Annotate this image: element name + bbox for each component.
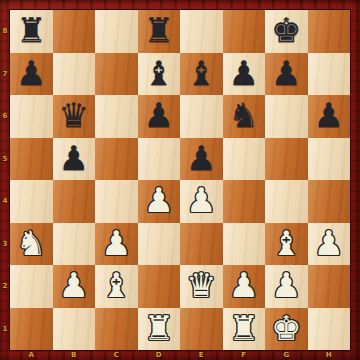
file-label-g: G <box>274 350 298 360</box>
square-c4[interactable] <box>95 180 138 223</box>
square-e7[interactable]: ♝ <box>180 53 223 96</box>
square-h7[interactable] <box>308 53 351 96</box>
white-pawn-g2[interactable]: ♟ <box>265 264 308 307</box>
square-b8[interactable] <box>53 10 96 53</box>
square-f8[interactable] <box>223 10 266 53</box>
square-e2[interactable]: ♛ <box>180 265 223 308</box>
square-g7[interactable]: ♟ <box>265 53 308 96</box>
square-a5[interactable] <box>10 138 53 181</box>
square-d7[interactable]: ♝ <box>138 53 181 96</box>
square-b7[interactable] <box>53 53 96 96</box>
square-g8[interactable]: ♚ <box>265 10 308 53</box>
chess-board-frame: ♜♜♚♟♝♝♟♟♛♟♞♟♟♟♟♟♞♟♝♟♟♝♛♟♟♜♜♚ 87654321ABC… <box>0 0 360 360</box>
file-label-f: F <box>232 350 256 360</box>
square-b3[interactable] <box>53 223 96 266</box>
rank-label-4: 4 <box>0 197 10 205</box>
square-e6[interactable] <box>180 95 223 138</box>
square-g4[interactable] <box>265 180 308 223</box>
square-a1[interactable] <box>10 308 53 351</box>
white-king-g1[interactable]: ♚ <box>265 307 308 350</box>
square-e3[interactable] <box>180 223 223 266</box>
square-d5[interactable] <box>138 138 181 181</box>
file-label-d: D <box>147 350 171 360</box>
square-a6[interactable] <box>10 95 53 138</box>
white-knight-a3[interactable]: ♞ <box>10 222 53 265</box>
square-d3[interactable] <box>138 223 181 266</box>
square-d8[interactable]: ♜ <box>138 10 181 53</box>
square-h6[interactable]: ♟ <box>308 95 351 138</box>
square-b5[interactable]: ♟ <box>53 138 96 181</box>
square-c7[interactable] <box>95 53 138 96</box>
file-label-h: H <box>317 350 341 360</box>
square-f6[interactable]: ♞ <box>223 95 266 138</box>
white-pawn-e4[interactable]: ♟ <box>180 179 223 222</box>
black-bishop-d7[interactable]: ♝ <box>138 52 181 95</box>
square-f4[interactable] <box>223 180 266 223</box>
square-c1[interactable] <box>95 308 138 351</box>
rank-label-1: 1 <box>0 325 10 333</box>
square-a4[interactable] <box>10 180 53 223</box>
white-bishop-g3[interactable]: ♝ <box>265 222 308 265</box>
black-pawn-h6[interactable]: ♟ <box>308 94 351 137</box>
rank-label-2: 2 <box>0 282 10 290</box>
white-pawn-f2[interactable]: ♟ <box>223 264 266 307</box>
black-pawn-f7[interactable]: ♟ <box>223 52 266 95</box>
black-pawn-d6[interactable]: ♟ <box>138 94 181 137</box>
black-rook-a8[interactable]: ♜ <box>10 9 53 52</box>
square-a3[interactable]: ♞ <box>10 223 53 266</box>
square-e4[interactable]: ♟ <box>180 180 223 223</box>
square-h4[interactable] <box>308 180 351 223</box>
rank-label-3: 3 <box>0 240 10 248</box>
rank-label-7: 7 <box>0 70 10 78</box>
square-h5[interactable] <box>308 138 351 181</box>
square-g6[interactable] <box>265 95 308 138</box>
white-pawn-c3[interactable]: ♟ <box>95 222 138 265</box>
file-label-a: A <box>19 350 43 360</box>
white-pawn-b2[interactable]: ♟ <box>53 264 96 307</box>
square-f5[interactable] <box>223 138 266 181</box>
square-c6[interactable] <box>95 95 138 138</box>
white-queen-e2[interactable]: ♛ <box>180 264 223 307</box>
square-g1[interactable]: ♚ <box>265 308 308 351</box>
square-h3[interactable]: ♟ <box>308 223 351 266</box>
square-g2[interactable]: ♟ <box>265 265 308 308</box>
square-b6[interactable]: ♛ <box>53 95 96 138</box>
square-d4[interactable]: ♟ <box>138 180 181 223</box>
white-bishop-c2[interactable]: ♝ <box>95 264 138 307</box>
square-f7[interactable]: ♟ <box>223 53 266 96</box>
square-h1[interactable] <box>308 308 351 351</box>
square-e1[interactable] <box>180 308 223 351</box>
black-knight-f6[interactable]: ♞ <box>223 94 266 137</box>
square-a2[interactable] <box>10 265 53 308</box>
white-pawn-h3[interactable]: ♟ <box>308 222 351 265</box>
rank-label-5: 5 <box>0 155 10 163</box>
square-c5[interactable] <box>95 138 138 181</box>
black-pawn-a7[interactable]: ♟ <box>10 52 53 95</box>
rank-label-6: 6 <box>0 112 10 120</box>
black-bishop-e7[interactable]: ♝ <box>180 52 223 95</box>
file-label-c: C <box>104 350 128 360</box>
square-b1[interactable] <box>53 308 96 351</box>
black-pawn-g7[interactable]: ♟ <box>265 52 308 95</box>
chess-board: ♜♜♚♟♝♝♟♟♛♟♞♟♟♟♟♟♞♟♝♟♟♝♛♟♟♜♜♚ <box>10 10 350 350</box>
square-h2[interactable] <box>308 265 351 308</box>
square-g5[interactable] <box>265 138 308 181</box>
white-rook-f1[interactable]: ♜ <box>223 307 266 350</box>
black-pawn-e5[interactable]: ♟ <box>180 137 223 180</box>
rank-label-8: 8 <box>0 27 10 35</box>
square-g3[interactable]: ♝ <box>265 223 308 266</box>
square-f3[interactable] <box>223 223 266 266</box>
square-c2[interactable]: ♝ <box>95 265 138 308</box>
black-queen-b6[interactable]: ♛ <box>53 94 96 137</box>
white-pawn-d4[interactable]: ♟ <box>138 179 181 222</box>
square-a7[interactable]: ♟ <box>10 53 53 96</box>
square-d6[interactable]: ♟ <box>138 95 181 138</box>
file-label-e: E <box>189 350 213 360</box>
square-b4[interactable] <box>53 180 96 223</box>
square-a8[interactable]: ♜ <box>10 10 53 53</box>
file-label-b: B <box>62 350 86 360</box>
square-h8[interactable] <box>308 10 351 53</box>
black-rook-d8[interactable]: ♜ <box>138 9 181 52</box>
square-f1[interactable]: ♜ <box>223 308 266 351</box>
square-d2[interactable] <box>138 265 181 308</box>
black-pawn-b5[interactable]: ♟ <box>53 137 96 180</box>
square-c8[interactable] <box>95 10 138 53</box>
black-king-g8[interactable]: ♚ <box>265 9 308 52</box>
square-c3[interactable]: ♟ <box>95 223 138 266</box>
square-e5[interactable]: ♟ <box>180 138 223 181</box>
square-d1[interactable]: ♜ <box>138 308 181 351</box>
white-rook-d1[interactable]: ♜ <box>138 307 181 350</box>
square-e8[interactable] <box>180 10 223 53</box>
square-f2[interactable]: ♟ <box>223 265 266 308</box>
square-b2[interactable]: ♟ <box>53 265 96 308</box>
